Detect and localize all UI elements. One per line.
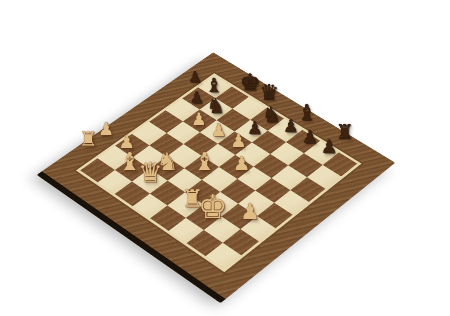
white-queen-d1[interactable]: ♛	[138, 159, 163, 187]
black-pawn-a7[interactable]: ♟	[188, 70, 201, 85]
black-pawn-h7[interactable]: ♟	[321, 138, 338, 157]
white-rook-a1[interactable]: ♜	[79, 129, 98, 150]
black-pawn-b6[interactable]: ♟	[190, 90, 204, 106]
black-king-c8[interactable]: ♚	[240, 71, 261, 94]
white-king-g1[interactable]: ♚	[198, 191, 227, 224]
black-knight-e7[interactable]: ♞	[262, 104, 281, 125]
black-bishop-f8[interactable]: ♝	[297, 102, 316, 124]
black-knight-c6[interactable]: ♞	[207, 96, 226, 117]
white-pawn-h2[interactable]: ♟	[240, 201, 260, 223]
white-pawn-d5[interactable]: ♟	[211, 122, 227, 140]
black-rook-h8[interactable]: ♜	[336, 122, 354, 143]
white-pawn-a2[interactable]: ♟	[98, 121, 114, 139]
black-queen-d8[interactable]: ♛	[259, 82, 279, 104]
black-bishop-b7[interactable]: ♝	[205, 76, 223, 96]
black-pawn-e6[interactable]: ♟	[247, 120, 263, 138]
board-scene: ♚♛♜♜♝♝♞♟♟♟♟♟♟♟♚♛♜♝♝♞♞♟♟♟♟♟♟	[0, 0, 450, 316]
black-pawn-f7[interactable]: ♟	[283, 118, 299, 135]
white-bishop-e3[interactable]: ♝	[194, 150, 216, 175]
chess-board-photo: ♚♛♜♜♝♝♞♟♟♟♟♟♟♟♚♛♜♝♝♞♞♟♟♟♟♟♟	[0, 0, 450, 316]
white-pawn-c5[interactable]: ♟	[191, 111, 206, 128]
white-pawn-e5[interactable]: ♟	[230, 132, 246, 150]
black-pawn-g7[interactable]: ♟	[302, 128, 318, 146]
white-pawn-f4[interactable]: ♟	[233, 154, 250, 173]
